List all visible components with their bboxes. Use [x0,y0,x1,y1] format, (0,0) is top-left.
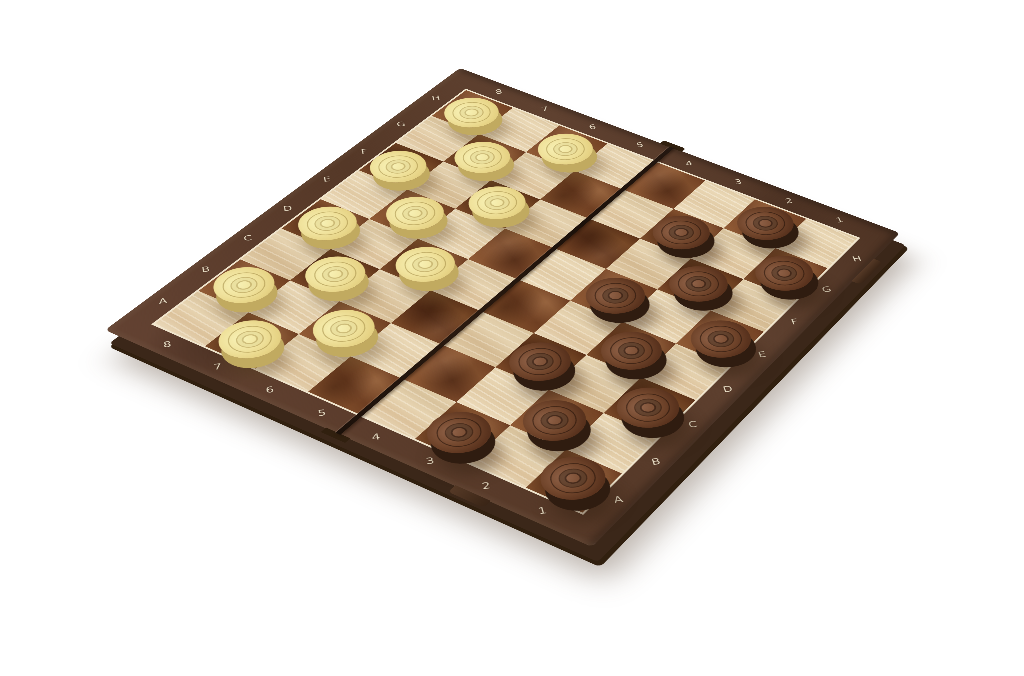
rank-label: 1 [835,216,845,225]
rank-label: 6 [265,385,275,395]
file-label: B [201,265,210,274]
rank-label: 2 [481,480,492,491]
checkers-board: AABBCCDDEEFFGGHH8877665544332211 [105,68,900,547]
file-label: C [243,234,253,243]
rank-label: 5 [635,141,645,149]
board-grid [151,89,860,515]
rank-label: 8 [162,339,171,349]
file-label: H [851,254,863,263]
file-label: F [790,317,800,326]
hinge-notch [321,428,351,443]
rank-label: 4 [371,432,381,443]
rank-label: 2 [784,197,794,205]
file-label: A [612,494,624,506]
rank-label: 1 [537,505,548,517]
rank-label: 5 [317,408,327,419]
rank-label: 3 [425,456,435,467]
file-label: G [396,120,406,128]
rank-label: 7 [540,105,549,113]
file-label: E [322,175,331,183]
file-label: A [158,297,167,307]
photo-scene: AABBCCDDEEFFGGHH8877665544332211 [0,0,1024,676]
rank-label: 6 [588,123,597,131]
file-label: E [756,350,767,360]
file-label: F [360,147,368,155]
file-label: H [431,94,441,102]
file-label: D [722,384,735,394]
rank-label: 7 [213,362,222,372]
file-label: B [650,456,662,467]
file-label: D [283,204,293,213]
rank-label: 8 [494,88,503,96]
file-label: G [820,285,832,294]
rank-label: 3 [733,178,743,186]
file-label: C [687,419,699,430]
rank-label: 4 [684,159,694,167]
